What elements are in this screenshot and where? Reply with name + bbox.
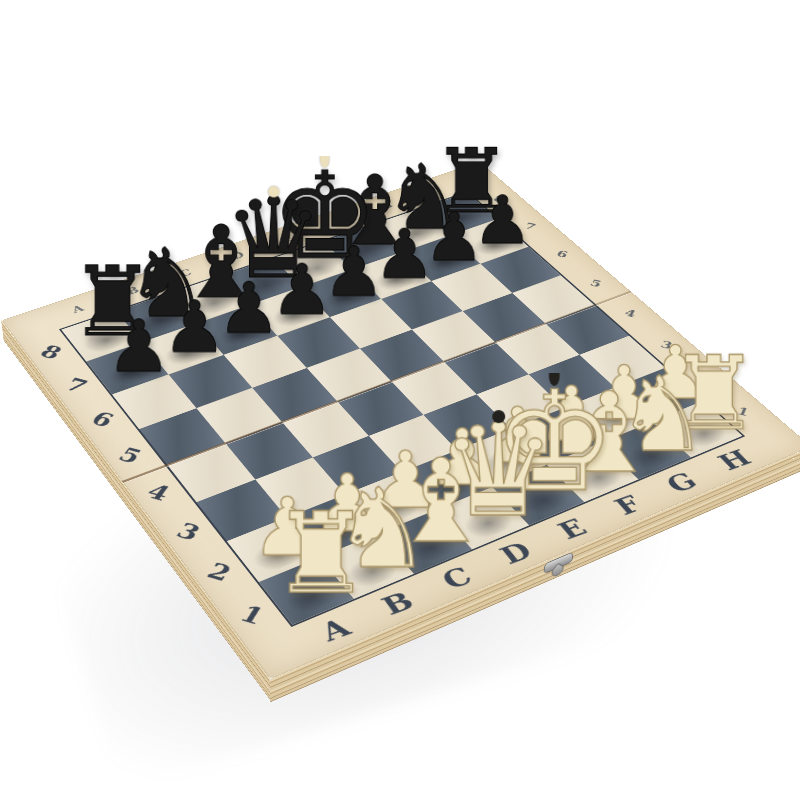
white-king-finial: [549, 366, 559, 385]
product-photo-stage: 87654321 87654321 ABCDEFGH ABCDEFGH ♜♞♝♛…: [0, 0, 800, 800]
black-king-finial: [320, 151, 329, 168]
scene: 87654321 87654321 ABCDEFGH ABCDEFGH ♜♞♝♛…: [0, 0, 800, 800]
piece-black-pawn-a7[interactable]: ♟: [107, 310, 172, 382]
black-queen-finial: [268, 186, 279, 197]
board-frame: 87654321 87654321 ABCDEFGH ABCDEFGH ♜♞♝♛…: [1, 162, 800, 680]
chess-board: 87654321 87654321 ABCDEFGH ABCDEFGH ♜♞♝♛…: [1, 162, 800, 680]
piece-black-pawn-c7[interactable]: ♟: [217, 273, 280, 343]
board-grid: ♜♞♝♛♚♝♞♜♟♟♟♟♟♟♟♟♟♟♟♟♟♟♟♟♜♞♝♛♚♝♞♜: [59, 191, 745, 627]
piece-white-rook-a1[interactable]: ♜: [271, 498, 371, 609]
white-queen-finial: [492, 410, 505, 423]
piece-black-pawn-b7[interactable]: ♟: [163, 291, 227, 362]
